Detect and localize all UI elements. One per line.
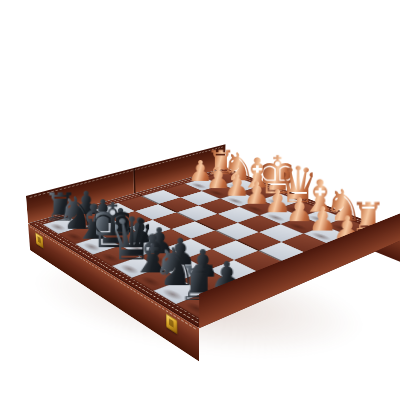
chess-case: ♜♞♝♚♛♝♞♜♟♟♟♟♟♟♟♟♟♟♟♟♟♟♟♟♜♞♝♚♛♝♞♜ (28, 168, 400, 328)
piece-black-rook[interactable]: ♜ (43, 217, 85, 234)
gold-clasp-icon-right (166, 313, 178, 334)
fold-seam-side (133, 168, 135, 194)
gold-clasp-icon-left (35, 232, 43, 249)
page: { "game": "chess", "position": "rnbqkbnr… (0, 0, 400, 400)
square-d5[interactable] (191, 231, 236, 250)
white-bishop-glyph-icon: ♝ (305, 174, 335, 218)
product-photo: ♜♞♝♚♛♝♞♜♟♟♟♟♟♟♟♟♟♟♟♟♟♟♟♟♜♞♝♚♛♝♞♜ (0, 0, 400, 400)
square-h8[interactable]: ♜ (43, 217, 85, 234)
scene: ♜♞♝♚♛♝♞♜♟♟♟♟♟♟♟♟♟♟♟♟♟♟♟♟♜♞♝♚♛♝♞♜ (0, 0, 400, 400)
